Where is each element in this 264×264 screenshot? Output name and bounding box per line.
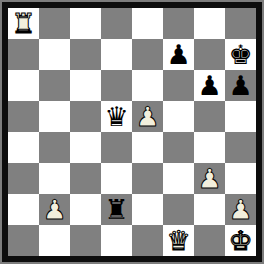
square-h6[interactable]: ♟: [225, 70, 256, 101]
square-b5[interactable]: [39, 101, 70, 132]
square-e1[interactable]: [132, 225, 163, 256]
square-b6[interactable]: [39, 70, 70, 101]
square-g2[interactable]: [194, 194, 225, 225]
square-g8[interactable]: [194, 8, 225, 39]
square-d1[interactable]: [101, 225, 132, 256]
square-e5[interactable]: ♟: [132, 101, 163, 132]
square-e4[interactable]: [132, 132, 163, 163]
square-f4[interactable]: [163, 132, 194, 163]
square-f5[interactable]: [163, 101, 194, 132]
square-c4[interactable]: [70, 132, 101, 163]
square-c8[interactable]: [70, 8, 101, 39]
piece-white-queen[interactable]: ♛: [166, 225, 190, 256]
square-a1[interactable]: [8, 225, 39, 256]
square-c5[interactable]: [70, 101, 101, 132]
square-d3[interactable]: [101, 163, 132, 194]
square-f8[interactable]: [163, 8, 194, 39]
square-a3[interactable]: [8, 163, 39, 194]
square-c6[interactable]: [70, 70, 101, 101]
square-a8[interactable]: ♜: [8, 8, 39, 39]
piece-black-king[interactable]: ♚: [228, 39, 252, 70]
square-g1[interactable]: [194, 225, 225, 256]
square-h8[interactable]: [225, 8, 256, 39]
piece-black-pawn[interactable]: ♟: [166, 39, 190, 70]
square-c2[interactable]: [70, 194, 101, 225]
square-f1[interactable]: ♛: [163, 225, 194, 256]
square-e8[interactable]: [132, 8, 163, 39]
piece-black-pawn[interactable]: ♟: [197, 70, 221, 101]
square-h3[interactable]: [225, 163, 256, 194]
piece-black-pawn[interactable]: ♟: [228, 70, 252, 101]
square-h7[interactable]: ♚: [225, 39, 256, 70]
square-a4[interactable]: [8, 132, 39, 163]
piece-black-rook[interactable]: ♜: [104, 194, 128, 225]
square-b4[interactable]: [39, 132, 70, 163]
square-h4[interactable]: [225, 132, 256, 163]
square-g7[interactable]: [194, 39, 225, 70]
square-e2[interactable]: [132, 194, 163, 225]
piece-white-pawn[interactable]: ♟: [135, 101, 159, 132]
square-h5[interactable]: [225, 101, 256, 132]
piece-black-queen[interactable]: ♛: [104, 101, 128, 132]
square-c7[interactable]: [70, 39, 101, 70]
square-e3[interactable]: [132, 163, 163, 194]
square-b1[interactable]: [39, 225, 70, 256]
square-h2[interactable]: ♟: [225, 194, 256, 225]
piece-white-pawn[interactable]: ♟: [42, 194, 66, 225]
square-f2[interactable]: [163, 194, 194, 225]
piece-white-rook[interactable]: ♜: [11, 8, 35, 39]
square-a7[interactable]: [8, 39, 39, 70]
chess-board: ♜♟♚♟♟♛♟♟♟♜♟♛♚: [8, 8, 256, 256]
square-c3[interactable]: [70, 163, 101, 194]
square-d2[interactable]: ♜: [101, 194, 132, 225]
square-f3[interactable]: [163, 163, 194, 194]
square-d4[interactable]: [101, 132, 132, 163]
square-g3[interactable]: ♟: [194, 163, 225, 194]
square-d5[interactable]: ♛: [101, 101, 132, 132]
square-d6[interactable]: [101, 70, 132, 101]
piece-white-pawn[interactable]: ♟: [197, 163, 221, 194]
square-g4[interactable]: [194, 132, 225, 163]
square-e7[interactable]: [132, 39, 163, 70]
piece-white-pawn[interactable]: ♟: [228, 194, 252, 225]
square-b3[interactable]: [39, 163, 70, 194]
square-f7[interactable]: ♟: [163, 39, 194, 70]
square-g5[interactable]: [194, 101, 225, 132]
chess-board-frame: ♜♟♚♟♟♛♟♟♟♜♟♛♚: [0, 0, 264, 264]
square-b8[interactable]: [39, 8, 70, 39]
square-a5[interactable]: [8, 101, 39, 132]
square-a2[interactable]: [8, 194, 39, 225]
square-b7[interactable]: [39, 39, 70, 70]
square-a6[interactable]: [8, 70, 39, 101]
piece-white-king[interactable]: ♚: [228, 225, 252, 256]
square-h1[interactable]: ♚: [225, 225, 256, 256]
square-g6[interactable]: ♟: [194, 70, 225, 101]
square-e6[interactable]: [132, 70, 163, 101]
square-c1[interactable]: [70, 225, 101, 256]
square-f6[interactable]: [163, 70, 194, 101]
square-d8[interactable]: [101, 8, 132, 39]
square-d7[interactable]: [101, 39, 132, 70]
square-b2[interactable]: ♟: [39, 194, 70, 225]
